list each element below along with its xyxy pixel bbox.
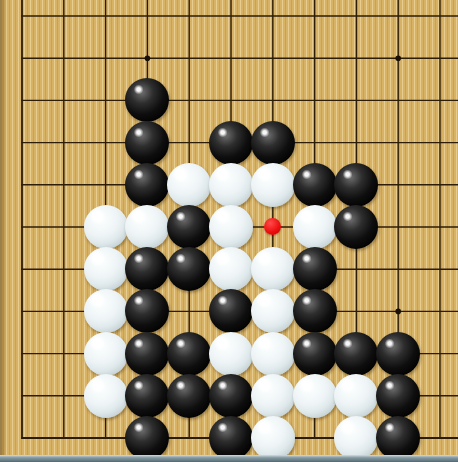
board-intersection[interactable] xyxy=(1,248,43,290)
white-stone xyxy=(84,374,128,418)
board-intersection[interactable] xyxy=(43,37,85,79)
window-bottom-edge xyxy=(0,455,458,462)
board-intersection[interactable] xyxy=(210,164,252,206)
board-intersection[interactable] xyxy=(85,79,127,121)
white-stone xyxy=(251,247,295,291)
board-intersection[interactable] xyxy=(43,121,85,163)
board-intersection[interactable] xyxy=(252,121,294,163)
black-stone xyxy=(376,332,420,376)
board-intersection[interactable] xyxy=(294,332,336,374)
board-intersection[interactable] xyxy=(377,290,419,332)
white-stone xyxy=(167,163,211,207)
board-intersection[interactable] xyxy=(126,79,168,121)
board-intersection[interactable] xyxy=(377,332,419,374)
board-intersection[interactable] xyxy=(168,121,210,163)
board-intersection[interactable] xyxy=(377,79,419,121)
board-intersection[interactable] xyxy=(377,37,419,79)
white-stone xyxy=(84,247,128,291)
white-stone xyxy=(293,374,337,418)
black-stone xyxy=(293,332,337,376)
board-intersection[interactable] xyxy=(335,37,377,79)
board-intersection[interactable] xyxy=(252,375,294,417)
board-intersection[interactable] xyxy=(252,206,294,248)
black-stone xyxy=(209,416,253,460)
board-intersection[interactable] xyxy=(294,290,336,332)
board-intersection[interactable] xyxy=(210,290,252,332)
board-intersection[interactable] xyxy=(85,332,127,374)
board-intersection[interactable] xyxy=(126,248,168,290)
board-intersection[interactable] xyxy=(168,0,210,37)
black-stone xyxy=(167,247,211,291)
black-stone xyxy=(293,163,337,207)
white-stone xyxy=(209,332,253,376)
board-intersection[interactable] xyxy=(419,290,458,332)
board-intersection[interactable] xyxy=(1,290,43,332)
black-stone xyxy=(125,374,169,418)
board-intersection[interactable] xyxy=(126,121,168,163)
board-intersection[interactable] xyxy=(210,79,252,121)
board-intersection[interactable] xyxy=(126,375,168,417)
board-intersection[interactable] xyxy=(210,206,252,248)
white-stone xyxy=(334,374,378,418)
black-stone xyxy=(125,289,169,333)
board-intersection[interactable] xyxy=(168,290,210,332)
white-stone xyxy=(251,163,295,207)
board-intersection[interactable] xyxy=(168,164,210,206)
board-intersection[interactable] xyxy=(1,417,43,459)
board-intersection[interactable] xyxy=(335,121,377,163)
board-intersection[interactable] xyxy=(85,417,127,459)
board-intersection[interactable] xyxy=(1,121,43,163)
white-stone xyxy=(334,416,378,460)
black-stone xyxy=(167,205,211,249)
black-stone xyxy=(251,121,295,165)
board-intersection[interactable] xyxy=(294,206,336,248)
board-intersection[interactable] xyxy=(85,164,127,206)
board-intersection[interactable] xyxy=(377,417,419,459)
board-intersection[interactable] xyxy=(294,164,336,206)
board-intersection[interactable] xyxy=(335,290,377,332)
board-intersection[interactable] xyxy=(210,121,252,163)
white-stone xyxy=(84,289,128,333)
board-intersection[interactable] xyxy=(126,206,168,248)
board-intersection[interactable] xyxy=(419,164,458,206)
white-stone xyxy=(251,374,295,418)
board-intersection[interactable] xyxy=(294,375,336,417)
white-stone xyxy=(84,205,128,249)
board-intersection[interactable] xyxy=(294,0,336,37)
board-intersection[interactable] xyxy=(252,0,294,37)
board-intersection[interactable] xyxy=(419,121,458,163)
white-stone xyxy=(293,205,337,249)
board-intersection[interactable] xyxy=(1,206,43,248)
board-intersection[interactable] xyxy=(1,37,43,79)
board-intersection[interactable] xyxy=(294,248,336,290)
board-intersection[interactable] xyxy=(168,248,210,290)
board-intersection[interactable] xyxy=(252,164,294,206)
black-stone xyxy=(209,289,253,333)
board-intersection[interactable] xyxy=(419,37,458,79)
board-intersection[interactable] xyxy=(294,37,336,79)
board-intersection[interactable] xyxy=(335,79,377,121)
board-intersection[interactable] xyxy=(377,121,419,163)
board-intersection[interactable] xyxy=(210,0,252,37)
black-stone xyxy=(334,205,378,249)
board-intersection[interactable] xyxy=(168,79,210,121)
board-intersection[interactable] xyxy=(210,37,252,79)
board-intersection[interactable] xyxy=(126,417,168,459)
board-intersection[interactable] xyxy=(1,375,43,417)
board-intersection[interactable] xyxy=(419,206,458,248)
board-intersection[interactable] xyxy=(168,375,210,417)
black-stone xyxy=(125,332,169,376)
white-stone xyxy=(125,205,169,249)
board-intersection[interactable] xyxy=(168,206,210,248)
board-intersection[interactable] xyxy=(252,248,294,290)
board-intersection[interactable] xyxy=(377,375,419,417)
board-intersection[interactable] xyxy=(126,164,168,206)
black-stone xyxy=(125,247,169,291)
board-intersection[interactable] xyxy=(85,290,127,332)
board-intersection[interactable] xyxy=(210,332,252,374)
board-intersection[interactable] xyxy=(126,0,168,37)
board-intersection[interactable] xyxy=(335,206,377,248)
board-intersection[interactable] xyxy=(335,248,377,290)
black-stone xyxy=(167,374,211,418)
board-grid xyxy=(1,0,458,459)
board-intersection[interactable] xyxy=(377,0,419,37)
board-intersection[interactable] xyxy=(85,206,127,248)
white-stone xyxy=(209,205,253,249)
black-stone xyxy=(293,289,337,333)
board-intersection[interactable] xyxy=(419,332,458,374)
black-stone xyxy=(209,121,253,165)
board-intersection[interactable] xyxy=(419,79,458,121)
board-intersection[interactable] xyxy=(1,332,43,374)
board-intersection[interactable] xyxy=(1,164,43,206)
black-stone xyxy=(125,163,169,207)
board-intersection[interactable] xyxy=(43,290,85,332)
board-intersection[interactable] xyxy=(43,164,85,206)
board-intersection[interactable] xyxy=(377,206,419,248)
board-intersection[interactable] xyxy=(1,79,43,121)
board-intersection[interactable] xyxy=(126,37,168,79)
board-intersection[interactable] xyxy=(43,417,85,459)
board-intersection[interactable] xyxy=(43,79,85,121)
board-intersection[interactable] xyxy=(419,417,458,459)
board-intersection[interactable] xyxy=(210,248,252,290)
board-intersection[interactable] xyxy=(335,164,377,206)
board-intersection[interactable] xyxy=(43,206,85,248)
board-intersection[interactable] xyxy=(85,0,127,37)
black-stone xyxy=(125,78,169,122)
white-stone xyxy=(251,289,295,333)
board-intersection[interactable] xyxy=(85,248,127,290)
black-stone xyxy=(376,374,420,418)
board-intersection[interactable] xyxy=(294,417,336,459)
board-intersection[interactable] xyxy=(85,121,127,163)
board-intersection[interactable] xyxy=(168,37,210,79)
board-intersection[interactable] xyxy=(335,332,377,374)
board-intersection[interactable] xyxy=(252,79,294,121)
board-intersection[interactable] xyxy=(168,417,210,459)
board-intersection[interactable] xyxy=(252,37,294,79)
black-stone xyxy=(209,374,253,418)
go-board xyxy=(0,0,458,462)
board-intersection[interactable] xyxy=(335,375,377,417)
board-intersection[interactable] xyxy=(335,417,377,459)
white-stone xyxy=(209,163,253,207)
black-stone xyxy=(125,121,169,165)
black-stone xyxy=(334,332,378,376)
white-stone xyxy=(84,332,128,376)
board-intersection[interactable] xyxy=(294,121,336,163)
board-intersection[interactable] xyxy=(252,417,294,459)
black-stone xyxy=(125,416,169,460)
white-stone xyxy=(209,247,253,291)
last-move-marker xyxy=(264,218,281,235)
board-intersection[interactable] xyxy=(85,37,127,79)
board-intersection[interactable] xyxy=(43,332,85,374)
board-intersection[interactable] xyxy=(419,0,458,37)
board-left-edge-shading xyxy=(0,0,7,462)
board-intersection[interactable] xyxy=(126,290,168,332)
board-intersection[interactable] xyxy=(43,375,85,417)
white-stone xyxy=(251,332,295,376)
black-stone xyxy=(334,163,378,207)
board-intersection[interactable] xyxy=(126,332,168,374)
board-intersection[interactable] xyxy=(252,332,294,374)
board-intersection[interactable] xyxy=(43,248,85,290)
white-stone xyxy=(251,416,295,460)
board-intersection[interactable] xyxy=(168,332,210,374)
board-intersection[interactable] xyxy=(419,248,458,290)
board-intersection[interactable] xyxy=(377,164,419,206)
black-stone xyxy=(293,247,337,291)
board-intersection[interactable] xyxy=(85,375,127,417)
board-intersection[interactable] xyxy=(419,375,458,417)
board-intersection[interactable] xyxy=(1,0,43,37)
board-intersection[interactable] xyxy=(43,0,85,37)
board-intersection[interactable] xyxy=(210,417,252,459)
black-stone xyxy=(167,332,211,376)
board-intersection[interactable] xyxy=(377,248,419,290)
black-stone xyxy=(376,416,420,460)
board-intersection[interactable] xyxy=(294,79,336,121)
board-intersection[interactable] xyxy=(335,0,377,37)
board-intersection[interactable] xyxy=(210,375,252,417)
board-intersection[interactable] xyxy=(252,290,294,332)
